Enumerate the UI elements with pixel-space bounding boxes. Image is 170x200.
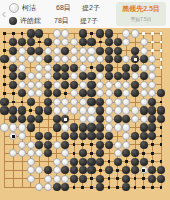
black-stone — [105, 38, 113, 46]
white-player-row: 柯洁 68目 提2子 — [9, 2, 119, 13]
black-stone — [35, 106, 43, 114]
white-stone — [148, 55, 156, 63]
black-stone — [105, 55, 113, 63]
white-stone — [53, 166, 61, 174]
white-stone — [53, 38, 61, 46]
black-stone — [105, 166, 113, 174]
black-territory-mark — [3, 66, 6, 69]
white-territory-mark — [160, 32, 163, 35]
black-territory-mark — [21, 101, 24, 104]
black-stone — [79, 132, 87, 140]
black-stone — [122, 183, 130, 191]
white-stone — [122, 81, 130, 89]
white-stone — [140, 38, 148, 46]
white-stone — [35, 64, 43, 72]
black-territory-mark — [151, 143, 154, 146]
white-stone — [96, 72, 104, 80]
black-territory-mark — [116, 186, 119, 189]
black-territory-mark — [29, 109, 32, 112]
black-stone — [96, 141, 104, 149]
white-stone — [148, 64, 156, 72]
black-territory-mark — [21, 32, 24, 35]
black-stone — [61, 183, 69, 191]
white-stone — [140, 98, 148, 106]
black-stone — [9, 38, 17, 46]
black-stone — [96, 115, 104, 123]
black-stone — [148, 123, 156, 131]
black-stone — [44, 106, 52, 114]
black-stone — [87, 158, 95, 166]
black-stone — [96, 106, 104, 114]
white-stone — [44, 72, 52, 80]
white-stone — [9, 149, 17, 157]
white-stone — [122, 106, 130, 114]
black-stone — [87, 89, 95, 97]
white-stone — [140, 47, 148, 55]
black-stone — [27, 98, 35, 106]
black-stone — [35, 141, 43, 149]
black-territory-mark — [151, 160, 154, 163]
black-territory-mark — [160, 126, 163, 129]
white-stone — [18, 55, 26, 63]
black-stone — [148, 166, 156, 174]
white-stone — [18, 64, 26, 72]
white-stone — [35, 55, 43, 63]
black-stone — [79, 158, 87, 166]
white-stone — [18, 141, 26, 149]
white-stone — [9, 55, 17, 63]
black-territory-mark — [116, 169, 119, 172]
white-stone — [79, 115, 87, 123]
black-stone — [96, 64, 104, 72]
white-stone — [105, 81, 113, 89]
white-stone — [70, 55, 78, 63]
black-territory-mark — [73, 143, 76, 146]
black-stone — [9, 106, 17, 114]
black-stone — [9, 72, 17, 80]
white-stone — [35, 89, 43, 97]
black-stone — [87, 72, 95, 80]
white-stone — [105, 115, 113, 123]
black-stone — [105, 29, 113, 37]
black-stone — [0, 98, 8, 106]
white-stone — [27, 158, 35, 166]
black-stone — [114, 47, 122, 55]
white-stone — [61, 175, 69, 183]
black-territory-mark — [38, 41, 41, 44]
white-stone — [18, 149, 26, 157]
black-territory-mark — [90, 143, 93, 146]
white-stone — [9, 123, 17, 131]
white-stone — [105, 89, 113, 97]
black-stone — [96, 158, 104, 166]
black-stone — [44, 141, 52, 149]
dead-mark-on-white — [142, 169, 145, 172]
black-stone — [35, 115, 43, 123]
white-stone — [70, 89, 78, 97]
black-player-name: 许皓鋐 — [20, 16, 54, 26]
black-stone — [0, 106, 8, 114]
white-stone — [27, 72, 35, 80]
white-stone — [79, 64, 87, 72]
white-stone — [27, 149, 35, 157]
black-stone — [157, 175, 165, 183]
black-territory-mark — [73, 186, 76, 189]
black-stone — [105, 47, 113, 55]
white-stone — [131, 106, 139, 114]
black-stone — [131, 47, 139, 55]
black-territory-mark — [134, 186, 137, 189]
black-stone — [53, 64, 61, 72]
black-stone — [79, 123, 87, 131]
white-stone — [114, 123, 122, 131]
white-stone — [122, 98, 130, 106]
white-stone — [122, 29, 130, 37]
black-stone — [44, 81, 52, 89]
white-stone — [27, 141, 35, 149]
black-stone — [79, 29, 87, 37]
black-territory-mark — [160, 160, 163, 163]
black-stone — [70, 64, 78, 72]
white-stone — [53, 47, 61, 55]
black-stone — [131, 81, 139, 89]
black-stone — [9, 81, 17, 89]
black-stone — [53, 72, 61, 80]
black-stone — [148, 115, 156, 123]
black-territory-mark — [160, 101, 163, 104]
black-stone — [114, 72, 122, 80]
black-territory-mark — [3, 32, 6, 35]
ai-estimate-box[interactable]: 黑领先2.5目 黑贴7.5目 — [116, 2, 166, 26]
black-territory-mark — [12, 92, 15, 95]
black-stone — [114, 55, 122, 63]
black-territory-mark — [3, 92, 6, 95]
black-stone — [87, 123, 95, 131]
black-stone — [61, 64, 69, 72]
black-stone — [157, 166, 165, 174]
black-stone — [96, 29, 104, 37]
black-stone — [140, 72, 148, 80]
white-stone — [122, 38, 130, 46]
black-territory-mark — [116, 177, 119, 180]
white-stone — [27, 55, 35, 63]
black-territory-mark — [90, 177, 93, 180]
white-stone — [35, 72, 43, 80]
black-stone — [140, 141, 148, 149]
white-stone — [105, 98, 113, 106]
black-stone — [96, 47, 104, 55]
black-territory-mark — [90, 32, 93, 35]
black-stone — [140, 123, 148, 131]
white-stone — [53, 29, 61, 37]
white-stone — [18, 81, 26, 89]
black-stone — [9, 64, 17, 72]
white-territory-mark — [160, 58, 163, 61]
white-stone — [53, 55, 61, 63]
black-territory-mark — [160, 143, 163, 146]
white-stone — [79, 98, 87, 106]
white-stone — [105, 106, 113, 114]
white-stone — [87, 47, 95, 55]
white-stone — [122, 141, 130, 149]
white-stone — [27, 166, 35, 174]
black-stone — [122, 72, 130, 80]
black-stone — [61, 166, 69, 174]
black-territory-mark — [142, 152, 145, 155]
white-stone — [122, 55, 130, 63]
black-stone — [79, 38, 87, 46]
black-stone — [27, 29, 35, 37]
white-stone — [18, 123, 26, 131]
black-stone — [131, 64, 139, 72]
white-stone — [61, 149, 69, 157]
black-stone — [44, 98, 52, 106]
black-stone — [148, 132, 156, 140]
white-stone — [87, 55, 95, 63]
black-stone — [96, 183, 104, 191]
white-territory-mark — [151, 41, 154, 44]
white-stone — [53, 98, 61, 106]
black-stone — [87, 166, 95, 174]
black-stone — [0, 55, 8, 63]
black-stone — [87, 98, 95, 106]
white-stone — [105, 123, 113, 131]
white-territory-mark — [142, 32, 145, 35]
black-territory-mark — [134, 177, 137, 180]
black-stone-icon — [9, 17, 17, 25]
white-stone — [148, 81, 156, 89]
black-territory-mark — [81, 143, 84, 146]
black-stone — [70, 158, 78, 166]
ai-lead-text: 黑领先2.5目 — [116, 2, 166, 15]
white-stone — [131, 72, 139, 80]
white-stone — [53, 81, 61, 89]
black-territory-mark — [90, 186, 93, 189]
black-captures-count: 提7子 — [80, 16, 106, 26]
white-stone — [96, 81, 104, 89]
komi-text: 黑贴7.5目 — [121, 16, 161, 22]
white-territory-mark — [160, 49, 163, 52]
black-stone — [70, 123, 78, 131]
white-stone — [140, 81, 148, 89]
black-stone — [18, 72, 26, 80]
black-stone — [44, 149, 52, 157]
dead-mark-on-black — [64, 118, 67, 121]
black-stone — [96, 123, 104, 131]
black-stone — [157, 106, 165, 114]
black-stone — [122, 149, 130, 157]
black-stone — [105, 64, 113, 72]
black-stone — [35, 132, 43, 140]
black-territory-mark — [142, 177, 145, 180]
black-territory-mark — [108, 160, 111, 163]
white-stone — [140, 115, 148, 123]
black-stone — [87, 38, 95, 46]
white-captures-count: 提2子 — [82, 3, 108, 13]
white-stone — [0, 123, 8, 131]
black-stone — [87, 81, 95, 89]
black-stone — [27, 123, 35, 131]
black-stone — [61, 72, 69, 80]
white-stone — [35, 81, 43, 89]
white-stone — [61, 98, 69, 106]
white-stone — [79, 106, 87, 114]
black-stone — [61, 141, 69, 149]
black-stone — [61, 81, 69, 89]
white-stone — [44, 47, 52, 55]
white-stone — [87, 106, 95, 114]
white-stone — [70, 106, 78, 114]
go-board[interactable] — [0, 28, 170, 200]
black-stone — [61, 132, 69, 140]
white-stone — [44, 64, 52, 72]
black-stone — [53, 183, 61, 191]
black-stone — [157, 115, 165, 123]
white-stone — [122, 89, 130, 97]
black-player-row: 许皓鋐 78目 提7子 — [9, 15, 119, 26]
black-stone — [131, 132, 139, 140]
black-territory-mark — [12, 32, 15, 35]
white-stone — [27, 81, 35, 89]
white-stone — [79, 47, 87, 55]
black-stone — [79, 175, 87, 183]
black-territory-mark — [125, 160, 128, 163]
black-stone — [148, 106, 156, 114]
white-stone — [79, 81, 87, 89]
white-stone — [53, 141, 61, 149]
white-stone — [27, 175, 35, 183]
black-stone — [18, 89, 26, 97]
black-territory-mark — [64, 92, 67, 95]
black-territory-mark — [3, 75, 6, 78]
white-stone — [122, 123, 130, 131]
black-stone — [96, 132, 104, 140]
black-territory-mark — [160, 135, 163, 138]
black-stone — [157, 89, 165, 97]
white-territory-mark — [160, 66, 163, 69]
black-stone — [105, 141, 113, 149]
black-stone — [114, 38, 122, 46]
black-territory-mark — [3, 41, 6, 44]
white-stone — [140, 64, 148, 72]
dead-mark-on-black — [134, 58, 137, 61]
black-territory-mark — [99, 169, 102, 172]
white-stone — [96, 55, 104, 63]
black-stone — [18, 106, 26, 114]
black-stone — [148, 175, 156, 183]
white-stone — [114, 106, 122, 114]
black-stone — [140, 132, 148, 140]
black-stone — [96, 149, 104, 157]
black-territory-mark — [90, 152, 93, 155]
black-stone — [122, 115, 130, 123]
black-stone — [27, 115, 35, 123]
black-stone — [35, 29, 43, 37]
black-territory-mark — [12, 101, 15, 104]
white-stone — [61, 106, 69, 114]
black-territory-mark — [108, 186, 111, 189]
black-stone — [140, 158, 148, 166]
black-stone — [18, 38, 26, 46]
white-stone — [70, 98, 78, 106]
black-stone — [79, 72, 87, 80]
black-stone — [131, 166, 139, 174]
black-territory-mark — [3, 83, 6, 86]
white-stone — [87, 115, 95, 123]
white-stone — [114, 141, 122, 149]
black-stone — [27, 47, 35, 55]
white-stone — [140, 89, 148, 97]
black-territory-count: 78目 — [54, 16, 80, 26]
black-stone — [53, 123, 61, 131]
white-stone — [70, 72, 78, 80]
black-stone — [122, 175, 130, 183]
white-stone — [114, 149, 122, 157]
black-stone — [114, 89, 122, 97]
white-stone — [61, 29, 69, 37]
black-stone — [61, 47, 69, 55]
black-territory-mark — [151, 152, 154, 155]
black-territory-mark — [160, 186, 163, 189]
white-stone — [18, 47, 26, 55]
white-stone — [79, 55, 87, 63]
white-stone — [53, 106, 61, 114]
black-stone — [105, 72, 113, 80]
black-stone — [96, 98, 104, 106]
black-stone — [140, 55, 148, 63]
black-stone — [44, 132, 52, 140]
white-player-name: 柯洁 — [22, 3, 56, 13]
white-stone — [61, 38, 69, 46]
white-stone-icon — [9, 3, 19, 13]
black-stone — [87, 132, 95, 140]
black-stone — [53, 115, 61, 123]
black-territory-mark — [81, 186, 84, 189]
black-stone — [96, 175, 104, 183]
black-stone — [131, 149, 139, 157]
black-stone — [44, 89, 52, 97]
black-stone — [44, 55, 52, 63]
black-territory-mark — [90, 66, 93, 69]
white-stone — [18, 132, 26, 140]
white-stone — [131, 29, 139, 37]
white-stone — [61, 158, 69, 166]
black-stone — [9, 47, 17, 55]
black-stone — [79, 89, 87, 97]
white-territory-mark — [151, 49, 154, 52]
white-stone — [114, 81, 122, 89]
black-stone — [70, 132, 78, 140]
white-stone — [53, 158, 61, 166]
black-stone — [44, 166, 52, 174]
white-territory-count: 68目 — [56, 3, 82, 13]
top-bar: ‹ 柯洁 68目 提2子 许皓鋐 78目 提7子 黑领先2.5目 黑贴7.5目 — [0, 0, 170, 28]
black-stone — [70, 81, 78, 89]
black-stone — [105, 132, 113, 140]
black-stone — [114, 158, 122, 166]
black-stone — [79, 166, 87, 174]
back-chevron-icon[interactable]: ‹ — [0, 5, 8, 23]
black-territory-mark — [108, 177, 111, 180]
white-stone — [61, 55, 69, 63]
black-territory-mark — [99, 41, 102, 44]
white-stone — [122, 132, 130, 140]
black-stone — [53, 89, 61, 97]
black-stone — [131, 158, 139, 166]
white-stone — [35, 183, 43, 191]
white-territory-mark — [151, 32, 154, 35]
white-stone — [96, 89, 104, 97]
